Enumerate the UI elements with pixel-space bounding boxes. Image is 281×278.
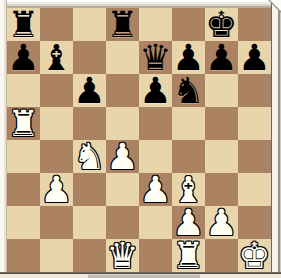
black-pawn: ♟	[238, 41, 270, 74]
white-pawn: ♟	[139, 173, 171, 206]
black-bishop: ♝	[40, 41, 72, 74]
square-g4[interactable]	[205, 140, 238, 173]
square-a7[interactable]: ♟	[7, 41, 40, 74]
square-b1[interactable]	[40, 239, 73, 272]
square-e5[interactable]	[139, 107, 172, 140]
square-g1[interactable]	[205, 239, 238, 272]
square-h6[interactable]	[238, 74, 271, 107]
black-pawn: ♟	[139, 74, 171, 107]
square-d4[interactable]: ♟	[106, 140, 139, 173]
square-c4[interactable]: ♞	[73, 140, 106, 173]
white-pawn: ♟	[40, 173, 72, 206]
black-pawn: ♟	[7, 41, 39, 74]
square-c2[interactable]	[73, 206, 106, 239]
white-rook: ♜	[172, 239, 204, 272]
square-c8[interactable]	[73, 8, 106, 41]
square-h5[interactable]	[238, 107, 271, 140]
corner-bevel-highlight	[270, 0, 281, 11]
chess-board[interactable]: ♜♜♚♟♝♛♟♟♟♟♟♞♜♞♟♟♟♝♟♟♛♜♚	[7, 8, 271, 272]
white-queen: ♛	[106, 239, 138, 272]
square-d1[interactable]: ♛	[106, 239, 139, 272]
square-a2[interactable]	[7, 206, 40, 239]
square-h3[interactable]	[238, 173, 271, 206]
square-e3[interactable]: ♟	[139, 173, 172, 206]
square-d3[interactable]	[106, 173, 139, 206]
square-c6[interactable]: ♟	[73, 74, 106, 107]
square-a4[interactable]	[7, 140, 40, 173]
square-g6[interactable]	[205, 74, 238, 107]
square-c3[interactable]	[73, 173, 106, 206]
square-g7[interactable]: ♟	[205, 41, 238, 74]
black-pawn: ♟	[205, 41, 237, 74]
square-h7[interactable]: ♟	[238, 41, 271, 74]
board-window: ♜♜♚♟♝♛♟♟♟♟♟♞♜♞♟♟♟♝♟♟♛♜♚	[0, 0, 281, 278]
window-border-top	[0, 0, 281, 8]
square-h1[interactable]: ♚	[238, 239, 271, 272]
white-king: ♚	[238, 239, 270, 272]
square-b6[interactable]	[40, 74, 73, 107]
window-border-right	[271, 0, 281, 274]
square-g5[interactable]	[205, 107, 238, 140]
white-rook: ♜	[7, 107, 39, 140]
square-c1[interactable]	[73, 239, 106, 272]
square-d8[interactable]: ♜	[106, 8, 139, 41]
square-g2[interactable]: ♟	[205, 206, 238, 239]
white-pawn: ♟	[106, 140, 138, 173]
black-knight: ♞	[172, 74, 204, 107]
square-e6[interactable]: ♟	[139, 74, 172, 107]
square-b3[interactable]: ♟	[40, 173, 73, 206]
white-pawn: ♟	[205, 206, 237, 239]
window-border-left	[0, 0, 7, 274]
window-panel: ♜♜♚♟♝♛♟♟♟♟♟♞♜♞♟♟♟♝♟♟♛♜♚	[0, 0, 281, 274]
square-f6[interactable]: ♞	[172, 74, 205, 107]
square-d6[interactable]	[106, 74, 139, 107]
square-e2[interactable]	[139, 206, 172, 239]
square-f5[interactable]	[172, 107, 205, 140]
white-knight: ♞	[73, 140, 105, 173]
square-a5[interactable]: ♜	[7, 107, 40, 140]
black-pawn: ♟	[73, 74, 105, 107]
black-rook: ♜	[106, 8, 138, 41]
square-f1[interactable]: ♜	[172, 239, 205, 272]
square-b7[interactable]: ♝	[40, 41, 73, 74]
background-window-edge	[88, 274, 200, 278]
square-d7[interactable]	[106, 41, 139, 74]
square-h4[interactable]	[238, 140, 271, 173]
square-b5[interactable]	[40, 107, 73, 140]
square-e1[interactable]	[139, 239, 172, 272]
square-a3[interactable]	[7, 173, 40, 206]
square-b2[interactable]	[40, 206, 73, 239]
square-a1[interactable]	[7, 239, 40, 272]
